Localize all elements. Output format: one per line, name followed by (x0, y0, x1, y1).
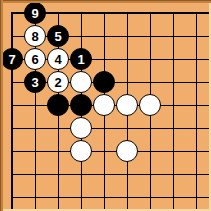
board-border-left (0, 0, 3, 211)
stone-white (70, 117, 92, 139)
stone-black-move-1: 1 (70, 48, 92, 70)
stone-white-move-6: 6 (24, 48, 46, 70)
stone-black-move-5: 5 (47, 25, 69, 47)
stone-black (70, 94, 92, 116)
move-number-label: 3 (31, 76, 38, 89)
move-number-label: 2 (54, 76, 61, 89)
move-number-label: 9 (31, 7, 38, 20)
move-number-label: 5 (54, 30, 61, 43)
move-number-label: 7 (8, 53, 15, 66)
stone-white (93, 94, 115, 116)
stone-black (93, 71, 115, 93)
stone-white (116, 94, 138, 116)
stone-black-move-9: 9 (24, 2, 46, 24)
stone-white-move-2: 2 (47, 71, 69, 93)
stone-black-move-3: 3 (24, 71, 46, 93)
stone-black-move-7: 7 (1, 48, 23, 70)
move-number-label: 8 (31, 30, 38, 43)
move-number-label: 1 (77, 53, 84, 66)
stone-grid: 985764132 (1, 2, 208, 209)
stone-white-move-8: 8 (24, 25, 46, 47)
stone-white (116, 140, 138, 162)
board-border-right (209, 0, 211, 211)
stone-white-move-4: 4 (47, 48, 69, 70)
move-number-label: 4 (54, 53, 61, 66)
board-border-bottom (0, 209, 211, 211)
stone-black (47, 94, 69, 116)
move-number-label: 6 (31, 53, 38, 66)
go-board-diagram: 985764132 (0, 0, 211, 211)
board-border-top (0, 0, 211, 3)
stone-white (70, 71, 92, 93)
stone-white (70, 140, 92, 162)
stone-white (139, 94, 161, 116)
